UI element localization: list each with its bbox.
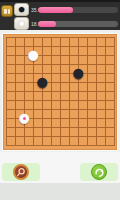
zoom-button[interactable] xyxy=(13,164,29,180)
player-row-black: ● 35.5 xyxy=(14,3,118,16)
player-info-rows: ● 35.5 ● 18.0 xyxy=(14,3,118,31)
redo-button[interactable] xyxy=(91,164,107,180)
grid-icon xyxy=(4,9,10,14)
board-grid[interactable]: ●●●● xyxy=(6,37,115,146)
right-button-tray xyxy=(80,163,118,181)
app-screen: ● 35.5 ● 18.0 ●●●● xyxy=(0,0,120,200)
player-row-white: ● 18.0 xyxy=(14,17,118,30)
black-stone: ● xyxy=(73,68,84,79)
black-progress-bar xyxy=(38,7,118,13)
black-stone: ● xyxy=(37,77,48,88)
black-progress-fill xyxy=(38,7,73,13)
white-stone: ● xyxy=(19,113,30,124)
last-move-marker xyxy=(23,117,26,120)
white-stone-avatar: ● xyxy=(14,17,29,30)
left-button-tray xyxy=(2,163,40,181)
footer-area xyxy=(0,183,120,200)
white-progress-fill xyxy=(38,21,56,27)
menu-button[interactable] xyxy=(1,5,13,17)
go-board[interactable]: ●●●● xyxy=(2,33,118,151)
white-stone: ● xyxy=(28,50,39,61)
white-progress-bar xyxy=(38,21,118,27)
header: ● 35.5 ● 18.0 xyxy=(0,0,120,30)
black-stone-avatar: ● xyxy=(14,3,29,16)
redo-arrow-icon xyxy=(94,167,105,178)
magnifier-icon xyxy=(16,167,26,177)
